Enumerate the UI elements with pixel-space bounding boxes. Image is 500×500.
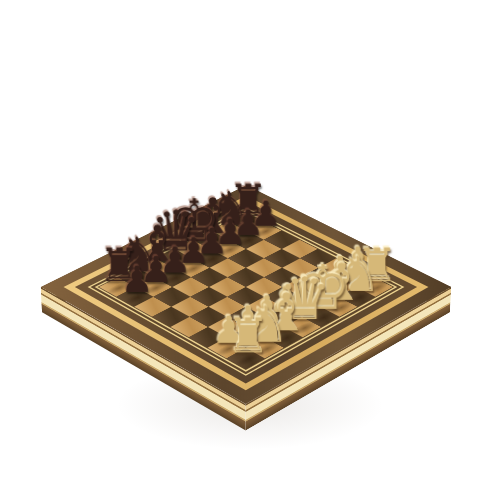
white-rook-glyph: ♜ [226, 312, 269, 360]
maple-inlay-band: ♜♞♝♛♚♝♞♜♟♟♟♟♟♟♟♟♟♟♟♟♟♟♟♟♜♞♝♛♚♝♞♜ [64, 196, 429, 390]
chess-set-photo-scene: ♜♞♝♛♚♝♞♜♟♟♟♟♟♟♟♟♟♟♟♟♟♟♟♟♜♞♝♛♚♝♞♜ [0, 0, 500, 500]
chess-board: ♜♞♝♛♚♝♞♜♟♟♟♟♟♟♟♟♟♟♟♟♟♟♟♟♜♞♝♛♚♝♞♜ [41, 185, 451, 404]
black-pawn-glyph: ♟ [121, 262, 154, 298]
board-surface: ♜♞♝♛♚♝♞♜♟♟♟♟♟♟♟♟♟♟♟♟♟♟♟♟♜♞♝♛♚♝♞♜ [41, 185, 451, 404]
